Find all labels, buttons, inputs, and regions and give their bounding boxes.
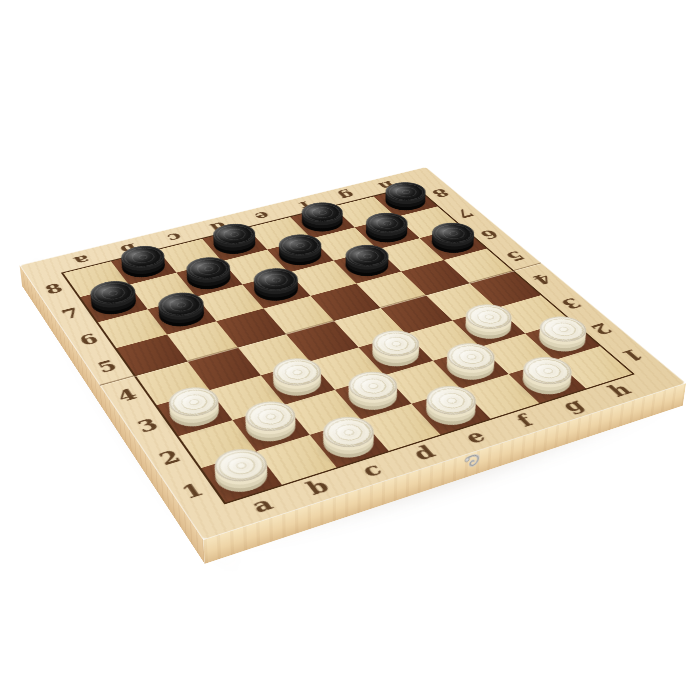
scene: aa88bb77cc66dd55ee44ff33gg22hh11 <box>0 0 700 700</box>
checker-black-h6[interactable] <box>425 229 482 257</box>
checker-white-e1[interactable] <box>417 392 484 431</box>
clasp-icon <box>461 450 483 478</box>
checker-black-h8[interactable] <box>378 189 432 215</box>
checker-black-c7[interactable] <box>181 263 238 293</box>
checker-black-g7[interactable] <box>359 219 415 247</box>
board: aa88bb77cc66dd55ee44ff33gg22hh11 <box>20 167 687 540</box>
checker-black-e7[interactable] <box>272 241 328 270</box>
checker-white-f2[interactable] <box>438 350 503 386</box>
checker-white-e3[interactable] <box>364 337 427 372</box>
checker-white-g3[interactable] <box>457 310 519 343</box>
checker-white-h2[interactable] <box>531 323 595 357</box>
checker-white-g1[interactable] <box>514 363 580 400</box>
checker-black-f8[interactable] <box>295 209 350 236</box>
